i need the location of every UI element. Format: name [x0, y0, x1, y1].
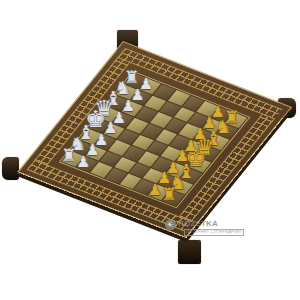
watermark-tagline-text: ИНТЕРНЕТ-СУПЕРМАРКЕТ	[184, 229, 244, 236]
watermark-brand-text: ROZETKA	[178, 219, 218, 228]
watermark-text: ROZETKA ИНТЕРНЕТ-СУПЕРМАРКЕТ	[178, 219, 244, 236]
rozetka-logo-icon: ✳	[165, 219, 176, 230]
product-photo: ♜♟♟♜♞♟♟♞♝♟♟♝♛♟♟♛♚♟♟♚♝♟♟♝♞♟♟♞♜♟♟♜ ✳ ROZET…	[0, 0, 300, 300]
rozetka-watermark: ✳ ROZETKA ИНТЕРНЕТ-СУПЕРМАРКЕТ	[165, 219, 244, 236]
board-foot-front	[178, 240, 201, 264]
board-foot-left	[2, 157, 19, 180]
chess-board: ♜♟♟♜♞♟♟♞♝♟♟♝♛♟♟♛♚♟♟♚♝♟♟♝♞♟♟♞♜♟♟♜	[17, 41, 292, 238]
